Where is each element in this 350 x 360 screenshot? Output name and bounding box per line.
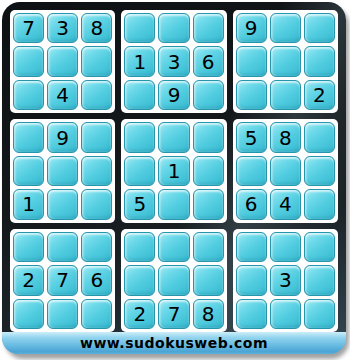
cell-r8c1[interactable]: 2	[13, 265, 44, 295]
box-1-1: 7384	[10, 10, 115, 113]
cell-r2c4[interactable]: 1	[124, 46, 155, 76]
cell-r5c9[interactable]	[304, 156, 335, 186]
cell-r4c7[interactable]: 5	[236, 122, 267, 152]
cell-r8c2[interactable]: 7	[47, 265, 78, 295]
cell-r1c3[interactable]: 8	[81, 13, 112, 43]
cell-r3c2[interactable]: 4	[47, 80, 78, 110]
cell-r6c2[interactable]	[47, 189, 78, 219]
cell-r3c3[interactable]	[81, 80, 112, 110]
box-3-2: 278	[121, 229, 226, 332]
footer-band: www.sudokusweb.com	[2, 332, 346, 354]
sudoku-board: 7384136992911558642762783	[10, 10, 338, 332]
cell-r9c3[interactable]	[81, 299, 112, 329]
cell-r2c1[interactable]	[13, 46, 44, 76]
cell-r3c6[interactable]	[193, 80, 224, 110]
cell-r3c5[interactable]: 9	[158, 80, 189, 110]
cell-r4c5[interactable]	[158, 122, 189, 152]
cell-r3c7[interactable]	[236, 80, 267, 110]
box-2-1: 91	[10, 119, 115, 222]
cell-r9c6[interactable]: 8	[193, 299, 224, 329]
cell-r6c8[interactable]: 4	[270, 189, 301, 219]
cell-r1c2[interactable]: 3	[47, 13, 78, 43]
cell-r5c4[interactable]	[124, 156, 155, 186]
cell-r2c9[interactable]	[304, 46, 335, 76]
box-1-2: 1369	[121, 10, 226, 113]
cell-r6c4[interactable]: 5	[124, 189, 155, 219]
cell-r8c4[interactable]	[124, 265, 155, 295]
cell-r7c8[interactable]	[270, 232, 301, 262]
cell-r3c9[interactable]: 2	[304, 80, 335, 110]
cell-r7c4[interactable]	[124, 232, 155, 262]
cell-r6c5[interactable]	[158, 189, 189, 219]
cell-r1c9[interactable]	[304, 13, 335, 43]
cell-r4c6[interactable]	[193, 122, 224, 152]
cell-r9c7[interactable]	[236, 299, 267, 329]
cell-r9c4[interactable]: 2	[124, 299, 155, 329]
cell-r9c2[interactable]	[47, 299, 78, 329]
cell-r4c4[interactable]	[124, 122, 155, 152]
sudoku-page: 7384136992911558642762783 www.sudokusweb…	[0, 0, 350, 360]
cell-r4c1[interactable]	[13, 122, 44, 152]
cell-r9c5[interactable]: 7	[158, 299, 189, 329]
cell-r6c3[interactable]	[81, 189, 112, 219]
cell-r5c2[interactable]	[47, 156, 78, 186]
cell-r7c2[interactable]	[47, 232, 78, 262]
cell-r1c1[interactable]: 7	[13, 13, 44, 43]
cell-r7c3[interactable]	[81, 232, 112, 262]
cell-r6c1[interactable]: 1	[13, 189, 44, 219]
cell-r1c6[interactable]	[193, 13, 224, 43]
cell-r5c6[interactable]	[193, 156, 224, 186]
cell-r7c5[interactable]	[158, 232, 189, 262]
site-url-link[interactable]: www.sudokusweb.com	[80, 335, 268, 351]
cell-r8c9[interactable]	[304, 265, 335, 295]
box-1-3: 92	[233, 10, 338, 113]
cell-r8c3[interactable]: 6	[81, 265, 112, 295]
cell-r3c1[interactable]	[13, 80, 44, 110]
cell-r2c6[interactable]: 6	[193, 46, 224, 76]
cell-r6c6[interactable]	[193, 189, 224, 219]
cell-r4c2[interactable]: 9	[47, 122, 78, 152]
box-2-2: 15	[121, 119, 226, 222]
cell-r1c7[interactable]: 9	[236, 13, 267, 43]
cell-r2c5[interactable]: 3	[158, 46, 189, 76]
cell-r7c7[interactable]	[236, 232, 267, 262]
cell-r2c7[interactable]	[236, 46, 267, 76]
box-2-3: 5864	[233, 119, 338, 222]
cell-r9c9[interactable]	[304, 299, 335, 329]
cell-r4c8[interactable]: 8	[270, 122, 301, 152]
cell-r4c3[interactable]	[81, 122, 112, 152]
cell-r8c6[interactable]	[193, 265, 224, 295]
cell-r5c3[interactable]	[81, 156, 112, 186]
cell-r9c8[interactable]	[270, 299, 301, 329]
cell-r7c9[interactable]	[304, 232, 335, 262]
cell-r4c9[interactable]	[304, 122, 335, 152]
cell-r8c7[interactable]	[236, 265, 267, 295]
cell-r6c9[interactable]	[304, 189, 335, 219]
cell-r7c1[interactable]	[13, 232, 44, 262]
cell-r9c1[interactable]	[13, 299, 44, 329]
cell-r1c8[interactable]	[270, 13, 301, 43]
box-3-3: 3	[233, 229, 338, 332]
cell-r8c5[interactable]	[158, 265, 189, 295]
cell-r7c6[interactable]	[193, 232, 224, 262]
cell-r2c3[interactable]	[81, 46, 112, 76]
cell-r1c5[interactable]	[158, 13, 189, 43]
cell-r3c8[interactable]	[270, 80, 301, 110]
cell-r6c7[interactable]: 6	[236, 189, 267, 219]
box-3-1: 276	[10, 229, 115, 332]
cell-r5c8[interactable]	[270, 156, 301, 186]
cell-r3c4[interactable]	[124, 80, 155, 110]
cell-r8c8[interactable]: 3	[270, 265, 301, 295]
cell-r2c2[interactable]	[47, 46, 78, 76]
cell-r5c7[interactable]	[236, 156, 267, 186]
cell-r5c1[interactable]	[13, 156, 44, 186]
board-frame: 7384136992911558642762783 www.sudokusweb…	[2, 2, 346, 354]
cell-r1c4[interactable]	[124, 13, 155, 43]
cell-r5c5[interactable]: 1	[158, 156, 189, 186]
cell-r2c8[interactable]	[270, 46, 301, 76]
